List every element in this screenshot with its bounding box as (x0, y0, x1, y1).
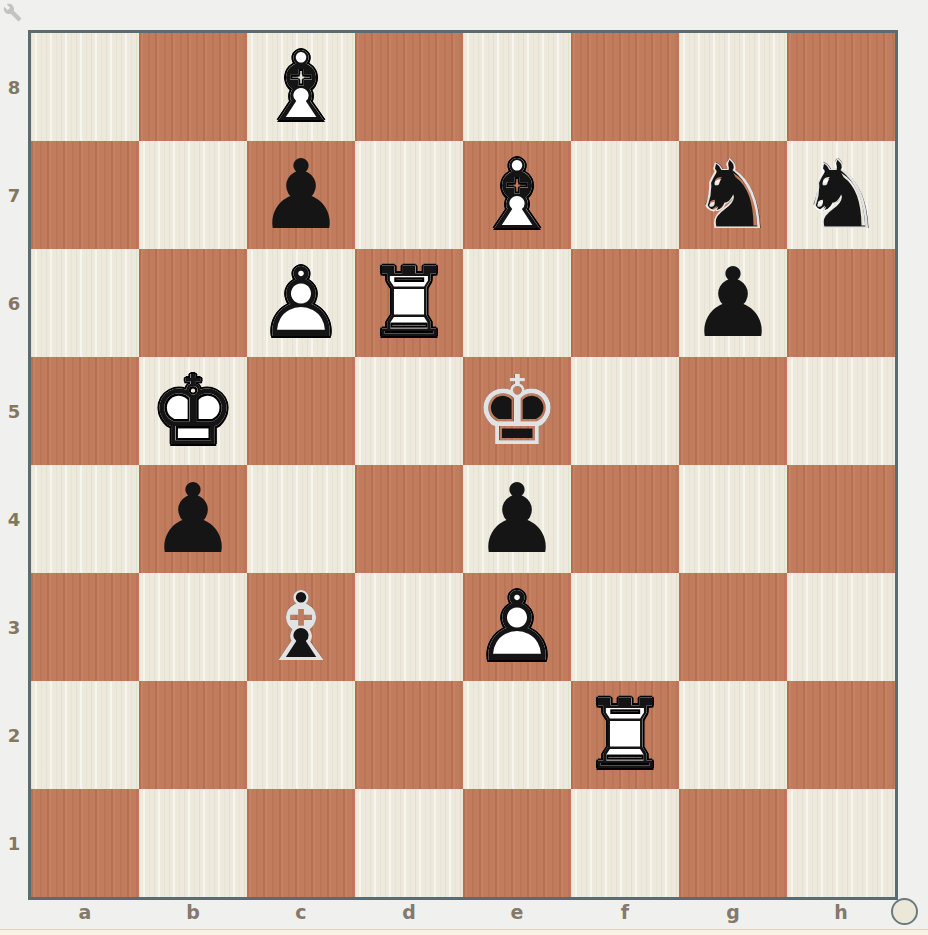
square-a2[interactable] (31, 681, 139, 789)
bottom-panel-edge (0, 929, 928, 935)
square-h4[interactable] (787, 465, 895, 573)
file-label-f: f (571, 897, 679, 927)
rank-label-8: 8 (0, 33, 28, 141)
wrench-icon[interactable] (3, 3, 22, 22)
piece-black-knight[interactable]: ♞♘ (787, 141, 895, 249)
square-a3[interactable] (31, 573, 139, 681)
square-b7[interactable] (139, 141, 247, 249)
rank-labels: 87654321 (0, 33, 28, 897)
piece-white-rook[interactable]: ♜♖ (571, 681, 679, 789)
black-bishop-detail: ♗ (247, 573, 355, 681)
square-d4[interactable] (355, 465, 463, 573)
black-pawn-glyph: ♟ (463, 465, 571, 573)
file-labels: abcdefgh (31, 897, 895, 927)
square-d5[interactable] (355, 357, 463, 465)
file-label-b: b (139, 897, 247, 927)
square-h6[interactable] (787, 249, 895, 357)
piece-white-bishop[interactable]: ♝♗ (463, 141, 571, 249)
square-f1[interactable] (571, 789, 679, 897)
white-bishop-detail: ♗ (463, 141, 571, 249)
square-g2[interactable] (679, 681, 787, 789)
file-label-g: g (679, 897, 787, 927)
piece-white-king[interactable]: ♚♔ (139, 357, 247, 465)
square-a6[interactable] (31, 249, 139, 357)
square-h1[interactable] (787, 789, 895, 897)
square-d6[interactable]: ♜♖ (355, 249, 463, 357)
chess-board: ♝♗♟♝♗♞♘♞♘♟♙♜♖♟♚♔♚♔♟♟♝♗♟♙♜♖ (28, 30, 898, 900)
square-d7[interactable] (355, 141, 463, 249)
white-bishop-detail: ♗ (247, 33, 355, 141)
square-h8[interactable] (787, 33, 895, 141)
rank-label-6: 6 (0, 249, 28, 357)
square-b3[interactable] (139, 573, 247, 681)
square-h7[interactable]: ♞♘ (787, 141, 895, 249)
square-e8[interactable] (463, 33, 571, 141)
rank-label-4: 4 (0, 465, 28, 573)
square-e5[interactable]: ♚♔ (463, 357, 571, 465)
square-d3[interactable] (355, 573, 463, 681)
piece-white-bishop[interactable]: ♝♗ (247, 33, 355, 141)
square-f5[interactable] (571, 357, 679, 465)
square-b1[interactable] (139, 789, 247, 897)
square-g7[interactable]: ♞♘ (679, 141, 787, 249)
square-c8[interactable]: ♝♗ (247, 33, 355, 141)
square-e1[interactable] (463, 789, 571, 897)
piece-black-bishop[interactable]: ♝♗ (247, 573, 355, 681)
piece-black-pawn[interactable]: ♟ (463, 465, 571, 573)
rank-label-1: 1 (0, 789, 28, 897)
square-f3[interactable] (571, 573, 679, 681)
square-c3[interactable]: ♝♗ (247, 573, 355, 681)
piece-black-pawn[interactable]: ♟ (139, 465, 247, 573)
square-e6[interactable] (463, 249, 571, 357)
rank-label-5: 5 (0, 357, 28, 465)
square-a8[interactable] (31, 33, 139, 141)
chess-app: 87654321 ♝♗♟♝♗♞♘♞♘♟♙♜♖♟♚♔♚♔♟♟♝♗♟♙♜♖ abcd… (0, 0, 928, 935)
square-a4[interactable] (31, 465, 139, 573)
square-c5[interactable] (247, 357, 355, 465)
file-label-e: e (463, 897, 571, 927)
square-c6[interactable]: ♟♙ (247, 249, 355, 357)
square-a1[interactable] (31, 789, 139, 897)
square-f8[interactable] (571, 33, 679, 141)
square-f2[interactable]: ♜♖ (571, 681, 679, 789)
rank-label-7: 7 (0, 141, 28, 249)
piece-black-pawn[interactable]: ♟ (247, 141, 355, 249)
circle-button[interactable] (891, 898, 918, 925)
piece-black-knight[interactable]: ♞♘ (679, 141, 787, 249)
square-g8[interactable] (679, 33, 787, 141)
file-label-a: a (31, 897, 139, 927)
white-pawn-detail: ♙ (247, 249, 355, 357)
square-f7[interactable] (571, 141, 679, 249)
piece-black-king[interactable]: ♚♔ (463, 357, 571, 465)
piece-white-rook[interactable]: ♜♖ (355, 249, 463, 357)
square-b4[interactable]: ♟ (139, 465, 247, 573)
rank-label-2: 2 (0, 681, 28, 789)
black-pawn-glyph: ♟ (679, 249, 787, 357)
square-d2[interactable] (355, 681, 463, 789)
file-label-c: c (247, 897, 355, 927)
black-pawn-glyph: ♟ (139, 465, 247, 573)
square-c1[interactable] (247, 789, 355, 897)
square-g6[interactable]: ♟ (679, 249, 787, 357)
piece-white-pawn[interactable]: ♟♙ (463, 573, 571, 681)
square-e2[interactable] (463, 681, 571, 789)
square-f4[interactable] (571, 465, 679, 573)
square-h2[interactable] (787, 681, 895, 789)
square-c7[interactable]: ♟ (247, 141, 355, 249)
square-g4[interactable] (679, 465, 787, 573)
piece-black-pawn[interactable]: ♟ (679, 249, 787, 357)
square-c2[interactable] (247, 681, 355, 789)
square-e4[interactable]: ♟ (463, 465, 571, 573)
square-f6[interactable] (571, 249, 679, 357)
black-knight-detail: ♘ (787, 141, 895, 249)
square-g3[interactable] (679, 573, 787, 681)
square-h3[interactable] (787, 573, 895, 681)
piece-white-pawn[interactable]: ♟♙ (247, 249, 355, 357)
black-king-detail: ♔ (463, 357, 571, 465)
square-b2[interactable] (139, 681, 247, 789)
square-d8[interactable] (355, 33, 463, 141)
square-c4[interactable] (247, 465, 355, 573)
white-king-detail: ♔ (139, 357, 247, 465)
white-rook-detail: ♖ (571, 681, 679, 789)
square-g5[interactable] (679, 357, 787, 465)
black-pawn-glyph: ♟ (247, 141, 355, 249)
black-knight-detail: ♘ (679, 141, 787, 249)
white-rook-detail: ♖ (355, 249, 463, 357)
square-g1[interactable] (679, 789, 787, 897)
square-e7[interactable]: ♝♗ (463, 141, 571, 249)
square-h5[interactable] (787, 357, 895, 465)
square-b8[interactable] (139, 33, 247, 141)
file-label-d: d (355, 897, 463, 927)
white-pawn-detail: ♙ (463, 573, 571, 681)
square-b6[interactable] (139, 249, 247, 357)
square-b5[interactable]: ♚♔ (139, 357, 247, 465)
square-a5[interactable] (31, 357, 139, 465)
square-d1[interactable] (355, 789, 463, 897)
rank-label-3: 3 (0, 573, 28, 681)
square-e3[interactable]: ♟♙ (463, 573, 571, 681)
square-a7[interactable] (31, 141, 139, 249)
file-label-h: h (787, 897, 895, 927)
